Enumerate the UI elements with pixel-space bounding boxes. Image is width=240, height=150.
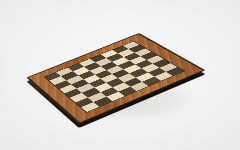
photo-background [0, 0, 240, 150]
